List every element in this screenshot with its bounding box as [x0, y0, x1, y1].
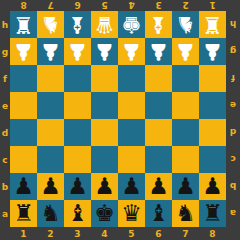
- square-b8[interactable]: ♟: [199, 173, 226, 200]
- white-pawn-icon: ♟: [175, 38, 196, 65]
- square-a7[interactable]: ♞: [172, 200, 199, 227]
- file-label-bottom-2: 2: [37, 227, 64, 240]
- black-rook-icon: ♜: [202, 200, 223, 227]
- file-label-top-5: 5: [91, 0, 118, 11]
- white-knight-icon: ♞: [175, 11, 196, 38]
- white-pawn-icon: ♟: [148, 38, 169, 65]
- square-h5[interactable]: ♚: [118, 11, 145, 38]
- square-g2[interactable]: ♟: [37, 38, 64, 65]
- black-pawn-icon: ♟: [67, 173, 88, 200]
- square-c4[interactable]: [91, 146, 118, 173]
- square-e8[interactable]: [199, 92, 226, 119]
- white-queen-icon: ♛: [94, 11, 115, 38]
- square-e2[interactable]: [37, 92, 64, 119]
- square-d1[interactable]: [10, 119, 37, 146]
- white-pawn-icon: ♟: [13, 38, 34, 65]
- rank-label-left-f: f: [0, 65, 10, 92]
- rank-label-left-e: e: [0, 92, 10, 119]
- square-d2[interactable]: [37, 119, 64, 146]
- rank-label-right-g: g: [226, 38, 240, 65]
- file-label-top-4: 4: [118, 0, 145, 11]
- square-b4[interactable]: ♟: [91, 173, 118, 200]
- square-d3[interactable]: [64, 119, 91, 146]
- square-b6[interactable]: ♟: [145, 173, 172, 200]
- square-b7[interactable]: ♟: [172, 173, 199, 200]
- rank-label-left-d: d: [0, 119, 10, 146]
- square-b1[interactable]: ♟: [10, 173, 37, 200]
- file-label-bottom-8: 8: [199, 227, 226, 240]
- square-c5[interactable]: [118, 146, 145, 173]
- chess-board: ♜♞♝♛♚♝♞♜♟♟♟♟♟♟♟♟♟♟♟♟♟♟♟♟♜♞♝♚♛♝♞♜: [10, 11, 226, 227]
- square-f2[interactable]: [37, 65, 64, 92]
- square-b2[interactable]: ♟: [37, 173, 64, 200]
- square-f4[interactable]: [91, 65, 118, 92]
- square-d4[interactable]: [91, 119, 118, 146]
- white-pawn-icon: ♟: [40, 38, 61, 65]
- white-pawn-icon: ♟: [121, 38, 142, 65]
- square-g7[interactable]: ♟: [172, 38, 199, 65]
- white-pawn-icon: ♟: [94, 38, 115, 65]
- square-g5[interactable]: ♟: [118, 38, 145, 65]
- black-rook-icon: ♜: [13, 200, 34, 227]
- file-label-bottom-3: 3: [64, 227, 91, 240]
- square-e7[interactable]: [172, 92, 199, 119]
- file-label-bottom-1: 1: [10, 227, 37, 240]
- square-f8[interactable]: [199, 65, 226, 92]
- square-g6[interactable]: ♟: [145, 38, 172, 65]
- file-label-bottom-6: 6: [145, 227, 172, 240]
- file-label-top-8: 8: [10, 0, 37, 11]
- black-pawn-icon: ♟: [13, 173, 34, 200]
- square-a3[interactable]: ♝: [64, 200, 91, 227]
- rank-label-left-h: h: [0, 11, 10, 38]
- rank-label-right-h: h: [226, 11, 240, 38]
- square-h1[interactable]: ♜: [10, 11, 37, 38]
- black-bishop-icon: ♝: [67, 200, 88, 227]
- square-f5[interactable]: [118, 65, 145, 92]
- file-label-top-3: 3: [145, 0, 172, 11]
- file-label-top-1: 1: [199, 0, 226, 11]
- square-g3[interactable]: ♟: [64, 38, 91, 65]
- file-label-bottom-7: 7: [172, 227, 199, 240]
- file-label-bottom-5: 5: [118, 227, 145, 240]
- square-e5[interactable]: [118, 92, 145, 119]
- square-h7[interactable]: ♞: [172, 11, 199, 38]
- white-knight-icon: ♞: [40, 11, 61, 38]
- square-c7[interactable]: [172, 146, 199, 173]
- black-pawn-icon: ♟: [40, 173, 61, 200]
- rank-label-left-c: c: [0, 146, 10, 173]
- white-rook-icon: ♜: [202, 11, 223, 38]
- square-a1[interactable]: ♜: [10, 200, 37, 227]
- white-bishop-icon: ♝: [67, 11, 88, 38]
- black-pawn-icon: ♟: [202, 173, 223, 200]
- square-d7[interactable]: [172, 119, 199, 146]
- rank-label-right-c: c: [226, 146, 240, 173]
- white-rook-icon: ♜: [13, 11, 34, 38]
- square-a6[interactable]: ♝: [145, 200, 172, 227]
- square-h6[interactable]: ♝: [145, 11, 172, 38]
- square-e4[interactable]: [91, 92, 118, 119]
- square-d6[interactable]: [145, 119, 172, 146]
- file-label-bottom-4: 4: [91, 227, 118, 240]
- square-c1[interactable]: [10, 146, 37, 173]
- square-f3[interactable]: [64, 65, 91, 92]
- black-bishop-icon: ♝: [148, 200, 169, 227]
- black-pawn-icon: ♟: [94, 173, 115, 200]
- square-g4[interactable]: ♟: [91, 38, 118, 65]
- square-g1[interactable]: ♟: [10, 38, 37, 65]
- rank-label-left-b: b: [0, 173, 10, 200]
- black-knight-icon: ♞: [175, 200, 196, 227]
- square-a8[interactable]: ♜: [199, 200, 226, 227]
- black-pawn-icon: ♟: [121, 173, 142, 200]
- square-b5[interactable]: ♟: [118, 173, 145, 200]
- rank-label-left-a: a: [0, 200, 10, 227]
- square-h2[interactable]: ♞: [37, 11, 64, 38]
- square-e3[interactable]: [64, 92, 91, 119]
- square-d8[interactable]: [199, 119, 226, 146]
- square-c8[interactable]: [199, 146, 226, 173]
- white-pawn-icon: ♟: [67, 38, 88, 65]
- square-f1[interactable]: [10, 65, 37, 92]
- square-b3[interactable]: ♟: [64, 173, 91, 200]
- square-a4[interactable]: ♚: [91, 200, 118, 227]
- file-label-top-2: 2: [172, 0, 199, 11]
- square-e1[interactable]: [10, 92, 37, 119]
- rank-label-left-g: g: [0, 38, 10, 65]
- rank-label-right-e: e: [226, 92, 240, 119]
- black-knight-icon: ♞: [40, 200, 61, 227]
- file-label-top-6: 6: [64, 0, 91, 11]
- square-g8[interactable]: ♟: [199, 38, 226, 65]
- square-c6[interactable]: [145, 146, 172, 173]
- black-pawn-icon: ♟: [175, 173, 196, 200]
- rank-label-right-a: a: [226, 200, 240, 227]
- rank-label-right-d: d: [226, 119, 240, 146]
- square-e6[interactable]: [145, 92, 172, 119]
- square-d5[interactable]: [118, 119, 145, 146]
- rank-label-right-b: b: [226, 173, 240, 200]
- file-label-top-7: 7: [37, 0, 64, 11]
- square-h4[interactable]: ♛: [91, 11, 118, 38]
- white-king-icon: ♚: [121, 11, 142, 38]
- square-h8[interactable]: ♜: [199, 11, 226, 38]
- black-pawn-icon: ♟: [148, 173, 169, 200]
- square-a5[interactable]: ♛: [118, 200, 145, 227]
- chess-app-window: ♜♞♝♛♚♝♞♜♟♟♟♟♟♟♟♟♟♟♟♟♟♟♟♟♜♞♝♚♛♝♞♜ hgfedcb…: [0, 0, 240, 240]
- square-h3[interactable]: ♝: [64, 11, 91, 38]
- black-queen-icon: ♛: [121, 200, 142, 227]
- square-c2[interactable]: [37, 146, 64, 173]
- rank-label-right-f: f: [226, 65, 240, 92]
- white-bishop-icon: ♝: [148, 11, 169, 38]
- square-a2[interactable]: ♞: [37, 200, 64, 227]
- white-pawn-icon: ♟: [202, 38, 223, 65]
- square-f7[interactable]: [172, 65, 199, 92]
- black-king-icon: ♚: [94, 200, 115, 227]
- square-f6[interactable]: [145, 65, 172, 92]
- square-c3[interactable]: [64, 146, 91, 173]
